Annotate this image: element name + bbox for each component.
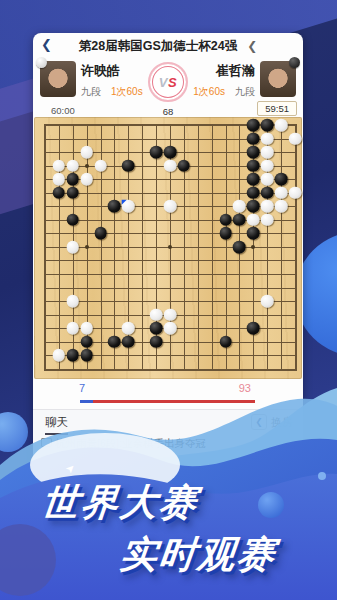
switch-room-control[interactable]: ❮ 换房 bbox=[251, 414, 293, 430]
white-stone bbox=[53, 173, 66, 186]
white-stone bbox=[275, 186, 288, 199]
white-stone bbox=[261, 295, 274, 308]
win-rate-bar bbox=[80, 400, 255, 403]
win-rate-blue-segment bbox=[80, 400, 93, 403]
black-stone bbox=[150, 336, 163, 349]
chat-message-text: 清源三段 bbox=[54, 454, 96, 466]
white-stone bbox=[66, 241, 79, 254]
right-player-clock-active: 59:51 bbox=[257, 101, 297, 116]
black-stone bbox=[247, 146, 260, 159]
white-stone bbox=[247, 214, 260, 227]
last-move-marker bbox=[122, 200, 127, 205]
players-row: 许映皓 九段 1次60s VS 崔哲瀚 1次60s 九段 bbox=[33, 59, 303, 105]
black-stone bbox=[178, 159, 191, 172]
black-stone bbox=[122, 336, 135, 349]
white-stone bbox=[164, 159, 177, 172]
decor-dot bbox=[318, 472, 326, 480]
white-stone bbox=[53, 349, 66, 362]
white-stone bbox=[66, 322, 79, 335]
header-bar: ❮ 第28届韩国GS加德士杯24强 ❮ bbox=[33, 33, 303, 59]
white-stone bbox=[94, 159, 107, 172]
right-player-rank: 九段 bbox=[235, 85, 255, 99]
black-stone bbox=[247, 322, 260, 335]
left-player-rank: 九段 bbox=[81, 85, 101, 99]
black-stone bbox=[122, 159, 135, 172]
chat-message: 杭州雨景[6段]:业余棋手出身夺冠 bbox=[41, 437, 303, 451]
white-stone bbox=[122, 200, 135, 213]
white-stone bbox=[80, 173, 93, 186]
black-stone bbox=[261, 119, 274, 132]
decor-small-ball bbox=[258, 492, 284, 518]
black-stone bbox=[53, 186, 66, 199]
white-stone bbox=[164, 322, 177, 335]
white-stone bbox=[261, 146, 274, 159]
black-stone bbox=[247, 159, 260, 172]
white-stone bbox=[275, 119, 288, 132]
black-stone bbox=[66, 173, 79, 186]
black-stone bbox=[219, 336, 232, 349]
game-card: ❮ 第28届韩国GS加德士杯24强 ❮ 许映皓 九段 1次60s VS 崔哲瀚 bbox=[33, 33, 303, 475]
black-stone bbox=[219, 214, 232, 227]
move-number: 68 bbox=[163, 106, 174, 117]
black-stone-badge bbox=[289, 57, 300, 68]
white-stone bbox=[122, 322, 135, 335]
black-stone bbox=[247, 186, 260, 199]
black-stone bbox=[150, 146, 163, 159]
left-player-clock: 60:00 bbox=[51, 105, 75, 116]
black-stone bbox=[66, 349, 79, 362]
right-player-byoyomi: 1次60s bbox=[193, 85, 225, 99]
white-stone bbox=[233, 200, 246, 213]
black-stone bbox=[108, 336, 121, 349]
score-left-value: 7 bbox=[79, 382, 85, 394]
win-rate-red-segment bbox=[93, 400, 255, 403]
chat-message: 清源三段 bbox=[41, 454, 303, 468]
promo-text-line2: 实时观赛 bbox=[117, 530, 278, 580]
chat-tabs-row: 聊天 ❮ 换房 bbox=[33, 410, 303, 434]
black-stone bbox=[275, 173, 288, 186]
black-stone bbox=[247, 227, 260, 240]
star-point bbox=[85, 245, 89, 249]
black-stone bbox=[219, 227, 232, 240]
white-stone bbox=[289, 186, 302, 199]
white-stone bbox=[261, 214, 274, 227]
white-stone-badge bbox=[36, 57, 47, 68]
screenshot-root: ❮ 第28届韩国GS加德士杯24强 ❮ 许映皓 九段 1次60s VS 崔哲瀚 bbox=[0, 0, 337, 600]
promo-text-line1: 世界大赛 bbox=[39, 478, 200, 528]
white-stone bbox=[261, 132, 274, 145]
back-icon[interactable]: ❮ bbox=[41, 37, 52, 52]
white-stone bbox=[275, 200, 288, 213]
star-point bbox=[85, 164, 89, 168]
black-stone bbox=[247, 132, 260, 145]
white-stone bbox=[261, 173, 274, 186]
white-stone bbox=[80, 146, 93, 159]
white-stone bbox=[164, 200, 177, 213]
right-player-name: 崔哲瀚 bbox=[163, 62, 255, 80]
chat-user-avatar bbox=[41, 455, 51, 465]
white-stone bbox=[66, 159, 79, 172]
black-stone bbox=[150, 322, 163, 335]
go-board-grid[interactable] bbox=[45, 125, 296, 370]
black-stone bbox=[247, 119, 260, 132]
black-stone bbox=[247, 173, 260, 186]
chevron-left-icon[interactable]: ❮ bbox=[251, 414, 267, 430]
left-player-byoyomi: 1次60s bbox=[111, 85, 143, 99]
collapse-icon[interactable]: ❮ bbox=[247, 39, 257, 53]
tab-chat[interactable]: 聊天 bbox=[45, 415, 68, 435]
black-stone bbox=[80, 349, 93, 362]
win-rate-bar-section: 7 93 bbox=[33, 379, 303, 409]
left-player-avatar[interactable] bbox=[40, 61, 76, 97]
black-stone bbox=[94, 227, 107, 240]
white-stone bbox=[289, 132, 302, 145]
switch-room-label: 换房 bbox=[271, 415, 293, 430]
black-stone bbox=[66, 214, 79, 227]
score-right-value: 93 bbox=[239, 382, 251, 394]
chat-message-text: 杭州雨景[6段]:业余棋手出身夺冠 bbox=[55, 437, 206, 449]
star-point bbox=[168, 245, 172, 249]
black-stone bbox=[66, 186, 79, 199]
go-board[interactable] bbox=[34, 117, 302, 379]
black-stone bbox=[233, 214, 246, 227]
white-stone bbox=[261, 200, 274, 213]
white-stone bbox=[66, 295, 79, 308]
match-title: 第28届韩国GS加德士杯24强 bbox=[79, 38, 237, 55]
star-point bbox=[251, 245, 255, 249]
white-stone bbox=[53, 159, 66, 172]
black-stone bbox=[233, 241, 246, 254]
right-player-avatar[interactable] bbox=[260, 61, 296, 97]
black-stone bbox=[164, 146, 177, 159]
black-stone bbox=[247, 200, 260, 213]
right-player-info: 崔哲瀚 1次60s 九段 bbox=[163, 62, 255, 99]
black-stone bbox=[108, 200, 121, 213]
chat-bubble-icon bbox=[41, 438, 52, 447]
black-stone bbox=[261, 186, 274, 199]
white-stone bbox=[80, 322, 93, 335]
black-stone bbox=[80, 336, 93, 349]
white-stone bbox=[261, 159, 274, 172]
white-stone bbox=[164, 308, 177, 321]
white-stone bbox=[150, 308, 163, 321]
